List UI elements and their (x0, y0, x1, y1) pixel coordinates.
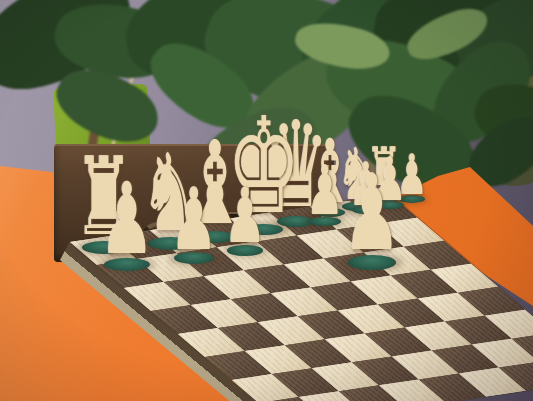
photo-scene: ♟♜♟♞♟♝♛♟♚♝♞♜♟♟♟♟ (0, 0, 533, 401)
